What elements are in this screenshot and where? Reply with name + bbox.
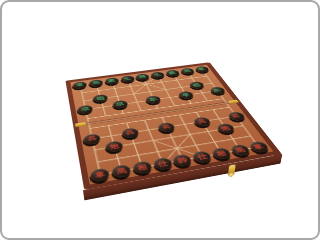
- red-piece: 帥: [172, 153, 194, 167]
- board-cell: [185, 107, 200, 119]
- xiangqi-set-photo: 車馬象士將士象馬車砲砲卒卒卒卒卒兵兵兵兵兵炮炮車馬相仕帥仕相馬車: [2, 2, 200, 200]
- board-cell: [86, 154, 110, 170]
- board-cell: [116, 117, 138, 129]
- board-cell: 兵: [191, 115, 200, 127]
- red-piece: 馬: [111, 164, 132, 179]
- product-photo-frame[interactable]: 車馬象士將士象馬車砲砲卒卒卒卒卒兵兵兵兵兵炮炮車馬相仕帥仕相馬車: [0, 0, 200, 200]
- board-cell: 炮: [103, 140, 126, 155]
- board-cell: [101, 129, 123, 143]
- board-cell: [160, 131, 184, 145]
- board-cell: 兵: [81, 132, 103, 146]
- board-cell: [196, 125, 200, 138]
- board-cell: [178, 128, 200, 141]
- red-piece: 兵: [192, 116, 200, 127]
- red-piece: 炮: [105, 140, 124, 153]
- board-cell: [142, 134, 165, 148]
- board-cell: [84, 143, 107, 158]
- board-cell: 卒: [76, 104, 96, 115]
- board-cell: [173, 118, 196, 131]
- red-piece: 兵: [83, 133, 102, 145]
- board-grid: 車馬象士將士象馬車砲砲卒卒卒卒卒兵兵兵兵兵炮炮車馬相仕帥仕相馬車: [71, 65, 200, 183]
- red-piece: 仕: [152, 157, 174, 171]
- board-cell: [126, 148, 150, 163]
- xiangqi-board: 車馬象士將士象馬車砲砲卒卒卒卒卒兵兵兵兵兵炮炮車馬相仕帥仕相馬車: [65, 62, 200, 190]
- board-cell: [123, 137, 146, 151]
- board-cell: [138, 124, 161, 137]
- board-cell: 仕: [190, 149, 200, 164]
- red-piece: 仕: [191, 150, 200, 164]
- board-cell: [106, 151, 130, 167]
- red-piece: 相: [132, 160, 153, 175]
- board-cell: [165, 141, 190, 156]
- red-piece: 兵: [121, 127, 140, 139]
- board-cell: [146, 144, 170, 159]
- red-piece: 兵: [157, 122, 176, 133]
- red-piece: 車: [90, 167, 111, 182]
- board-cell: 兵: [119, 126, 141, 139]
- board-cell: [80, 122, 101, 135]
- green-piece: 卒: [77, 105, 94, 115]
- board-cell: [184, 138, 200, 152]
- board-cell: 兵: [156, 121, 179, 134]
